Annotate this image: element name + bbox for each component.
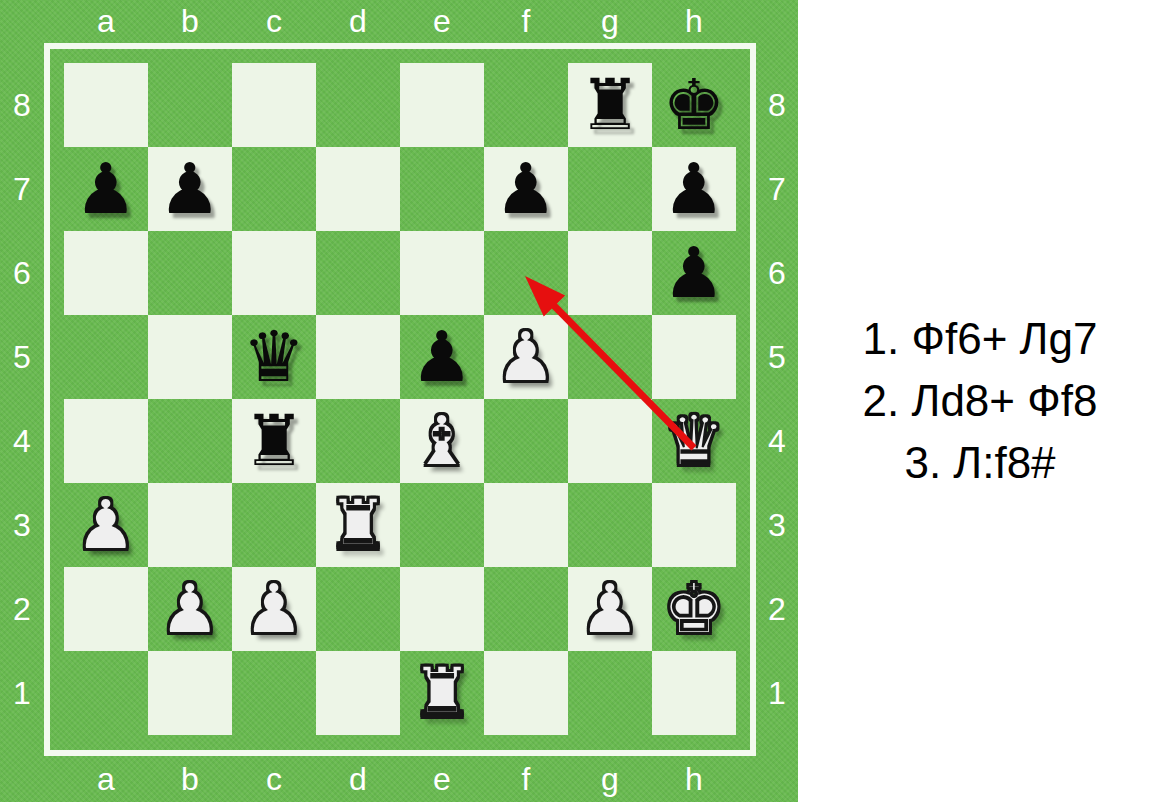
square-e2 [400, 567, 484, 651]
square-b5 [148, 315, 232, 399]
square-f2 [484, 567, 568, 651]
white-rook-e1: ♜ [411, 651, 474, 735]
chess-board-panel: abcdefgh abcdefgh 87654321 87654321 ♜♚♟♟… [0, 0, 798, 802]
file-label-top-c: c [232, 0, 316, 43]
square-g4 [568, 399, 652, 483]
file-label-bottom-c: c [232, 756, 316, 802]
file-label-bottom-d: d [316, 756, 400, 802]
rank-label-left-5: 5 [0, 315, 44, 399]
white-pawn-a3: ♟ [75, 483, 138, 567]
square-d4 [316, 399, 400, 483]
square-a5 [64, 315, 148, 399]
white-pawn-g2: ♟ [579, 567, 642, 651]
square-g3 [568, 483, 652, 567]
rank-label-right-4: 4 [756, 399, 798, 483]
square-c7 [232, 147, 316, 231]
black-pawn-h6: ♟ [663, 231, 726, 315]
rank-label-right-5: 5 [756, 315, 798, 399]
white-rook-d3: ♜ [327, 483, 390, 567]
white-queen-h4: ♛ [663, 399, 726, 483]
file-label-top-f: f [484, 0, 568, 43]
square-d1 [316, 651, 400, 735]
square-e8 [400, 63, 484, 147]
file-label-top-g: g [568, 0, 652, 43]
white-king-h2: ♚ [663, 567, 726, 651]
square-h6: ♟ [652, 231, 736, 315]
square-c2: ♟ [232, 567, 316, 651]
rank-label-right-3: 3 [756, 483, 798, 567]
rank-label-right-7: 7 [756, 147, 798, 231]
square-b4 [148, 399, 232, 483]
square-h2: ♚ [652, 567, 736, 651]
square-e4: ♝ [400, 399, 484, 483]
file-label-top-b: b [148, 0, 232, 43]
square-f1 [484, 651, 568, 735]
file-label-bottom-f: f [484, 756, 568, 802]
square-e1: ♜ [400, 651, 484, 735]
square-c1 [232, 651, 316, 735]
file-label-bottom-e: e [400, 756, 484, 802]
rank-label-left-4: 4 [0, 399, 44, 483]
square-e3 [400, 483, 484, 567]
square-a4 [64, 399, 148, 483]
black-pawn-f7: ♟ [495, 147, 558, 231]
square-c8 [232, 63, 316, 147]
square-d8 [316, 63, 400, 147]
square-c3 [232, 483, 316, 567]
move-line-1: 1. Фf6+ Лg7 [808, 308, 1152, 370]
black-pawn-h7: ♟ [663, 147, 726, 231]
square-b7: ♟ [148, 147, 232, 231]
rank-label-left-7: 7 [0, 147, 44, 231]
move-line-3: 3. Л:f8# [808, 432, 1152, 494]
square-c4: ♜ [232, 399, 316, 483]
square-d5 [316, 315, 400, 399]
square-g5 [568, 315, 652, 399]
square-h1 [652, 651, 736, 735]
square-h7: ♟ [652, 147, 736, 231]
file-label-top-d: d [316, 0, 400, 43]
rank-label-right-2: 2 [756, 567, 798, 651]
square-e6 [400, 231, 484, 315]
rank-label-right-8: 8 [756, 63, 798, 147]
black-king-h8: ♚ [663, 63, 726, 147]
square-h4: ♛ [652, 399, 736, 483]
white-bishop-e4: ♝ [411, 399, 474, 483]
rank-label-left-6: 6 [0, 231, 44, 315]
black-pawn-e5: ♟ [411, 315, 474, 399]
black-pawn-b7: ♟ [159, 147, 222, 231]
white-pawn-b2: ♟ [159, 567, 222, 651]
square-e7 [400, 147, 484, 231]
white-pawn-f5: ♟ [495, 315, 558, 399]
square-a7: ♟ [64, 147, 148, 231]
square-f6 [484, 231, 568, 315]
rank-label-left-1: 1 [0, 651, 44, 735]
square-d3: ♜ [316, 483, 400, 567]
square-h8: ♚ [652, 63, 736, 147]
rank-label-right-1: 1 [756, 651, 798, 735]
page: abcdefgh abcdefgh 87654321 87654321 ♜♚♟♟… [0, 0, 1152, 802]
square-f4 [484, 399, 568, 483]
move-line-2: 2. Лd8+ Фf8 [808, 370, 1152, 432]
white-pawn-c2: ♟ [243, 567, 306, 651]
square-g1 [568, 651, 652, 735]
file-label-top-e: e [400, 0, 484, 43]
square-f5: ♟ [484, 315, 568, 399]
square-a2 [64, 567, 148, 651]
square-b8 [148, 63, 232, 147]
square-b3 [148, 483, 232, 567]
square-a6 [64, 231, 148, 315]
square-e5: ♟ [400, 315, 484, 399]
file-labels-top: abcdefgh [64, 0, 736, 43]
square-a8 [64, 63, 148, 147]
rank-label-left-2: 2 [0, 567, 44, 651]
file-label-bottom-h: h [652, 756, 736, 802]
black-pawn-a7: ♟ [75, 147, 138, 231]
square-d7 [316, 147, 400, 231]
square-f3 [484, 483, 568, 567]
square-h5 [652, 315, 736, 399]
rank-labels-left: 87654321 [0, 63, 44, 735]
square-h3 [652, 483, 736, 567]
file-label-top-a: a [64, 0, 148, 43]
rank-label-left-8: 8 [0, 63, 44, 147]
square-f8 [484, 63, 568, 147]
square-f7: ♟ [484, 147, 568, 231]
file-label-top-h: h [652, 0, 736, 43]
square-g6 [568, 231, 652, 315]
black-queen-c5: ♛ [243, 315, 306, 399]
rank-labels-right: 87654321 [756, 63, 798, 735]
square-a3: ♟ [64, 483, 148, 567]
rank-label-right-6: 6 [756, 231, 798, 315]
square-g2: ♟ [568, 567, 652, 651]
square-a1 [64, 651, 148, 735]
square-b1 [148, 651, 232, 735]
square-c5: ♛ [232, 315, 316, 399]
file-label-bottom-a: a [64, 756, 148, 802]
file-labels-bottom: abcdefgh [64, 756, 736, 802]
square-d2 [316, 567, 400, 651]
square-g7 [568, 147, 652, 231]
file-label-bottom-b: b [148, 756, 232, 802]
square-b2: ♟ [148, 567, 232, 651]
rank-label-left-3: 3 [0, 483, 44, 567]
square-g8: ♜ [568, 63, 652, 147]
square-c6 [232, 231, 316, 315]
solution-moves: 1. Фf6+ Лg7 2. Лd8+ Фf8 3. Л:f8# [798, 308, 1152, 494]
square-b6 [148, 231, 232, 315]
square-d6 [316, 231, 400, 315]
black-rook-g8: ♜ [579, 63, 642, 147]
board-grid: ♜♚♟♟♟♟♟♛♟♟♜♝♛♟♜♟♟♟♚♜ [64, 63, 736, 735]
black-rook-c4: ♜ [243, 399, 306, 483]
file-label-bottom-g: g [568, 756, 652, 802]
